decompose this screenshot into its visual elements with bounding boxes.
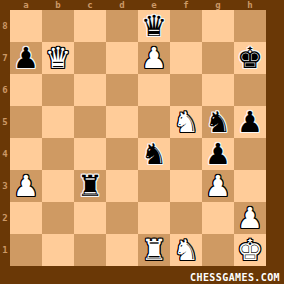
- rank-label-5: 5: [0, 106, 10, 138]
- square-d5[interactable]: [106, 106, 138, 138]
- square-c6[interactable]: [74, 74, 106, 106]
- rank-labels: 87654321: [0, 10, 10, 266]
- rank-label-6: 6: [0, 74, 10, 106]
- rank-label-2: 2: [0, 202, 10, 234]
- square-a4[interactable]: [10, 138, 42, 170]
- square-c5[interactable]: [74, 106, 106, 138]
- square-h8[interactable]: [234, 10, 266, 42]
- square-c8[interactable]: [74, 10, 106, 42]
- square-d6[interactable]: [106, 74, 138, 106]
- file-labels: abcdefgh: [10, 0, 266, 10]
- square-b4[interactable]: [42, 138, 74, 170]
- square-d8[interactable]: [106, 10, 138, 42]
- square-f4[interactable]: [170, 138, 202, 170]
- chess-board: ♛♟♛♟♚♞♞♟♞♟♟♜♟♟♜♞♚: [10, 10, 266, 266]
- square-a3[interactable]: ♟: [10, 170, 42, 202]
- square-f6[interactable]: [170, 74, 202, 106]
- square-g5[interactable]: ♞: [202, 106, 234, 138]
- square-c1[interactable]: [74, 234, 106, 266]
- square-b1[interactable]: [42, 234, 74, 266]
- square-b3[interactable]: [42, 170, 74, 202]
- square-h2[interactable]: ♟: [234, 202, 266, 234]
- piece-white-rook[interactable]: ♜: [138, 234, 170, 266]
- square-h3[interactable]: [234, 170, 266, 202]
- piece-white-pawn[interactable]: ♟: [10, 170, 42, 202]
- square-d1[interactable]: [106, 234, 138, 266]
- piece-white-pawn[interactable]: ♟: [138, 42, 170, 74]
- piece-black-rook[interactable]: ♜: [74, 170, 106, 202]
- piece-black-queen[interactable]: ♛: [138, 10, 170, 42]
- square-h4[interactable]: [234, 138, 266, 170]
- square-d7[interactable]: [106, 42, 138, 74]
- piece-white-pawn[interactable]: ♟: [234, 202, 266, 234]
- site-watermark: CHESSGAMES.COM: [190, 272, 280, 283]
- square-g3[interactable]: ♟: [202, 170, 234, 202]
- square-h1[interactable]: ♚: [234, 234, 266, 266]
- square-e7[interactable]: ♟: [138, 42, 170, 74]
- piece-black-knight[interactable]: ♞: [202, 106, 234, 138]
- square-b8[interactable]: [42, 10, 74, 42]
- square-g4[interactable]: ♟: [202, 138, 234, 170]
- square-c2[interactable]: [74, 202, 106, 234]
- piece-black-pawn[interactable]: ♟: [10, 42, 42, 74]
- square-e4[interactable]: ♞: [138, 138, 170, 170]
- square-g2[interactable]: [202, 202, 234, 234]
- square-b5[interactable]: [42, 106, 74, 138]
- chess-board-frame: abcdefgh 87654321 ♛♟♛♟♚♞♞♟♞♟♟♜♟♟♜♞♚ CHES…: [0, 0, 284, 284]
- square-a6[interactable]: [10, 74, 42, 106]
- piece-black-pawn[interactable]: ♟: [234, 106, 266, 138]
- piece-white-king[interactable]: ♚: [234, 234, 266, 266]
- square-c7[interactable]: [74, 42, 106, 74]
- piece-black-king[interactable]: ♚: [234, 42, 266, 74]
- square-g6[interactable]: [202, 74, 234, 106]
- square-e5[interactable]: [138, 106, 170, 138]
- piece-white-knight[interactable]: ♞: [170, 234, 202, 266]
- square-h5[interactable]: ♟: [234, 106, 266, 138]
- square-a1[interactable]: [10, 234, 42, 266]
- square-d3[interactable]: [106, 170, 138, 202]
- piece-white-knight[interactable]: ♞: [170, 106, 202, 138]
- square-e2[interactable]: [138, 202, 170, 234]
- square-e8[interactable]: ♛: [138, 10, 170, 42]
- square-f1[interactable]: ♞: [170, 234, 202, 266]
- rank-label-8: 8: [0, 10, 10, 42]
- square-e1[interactable]: ♜: [138, 234, 170, 266]
- square-d4[interactable]: [106, 138, 138, 170]
- square-f2[interactable]: [170, 202, 202, 234]
- rank-label-4: 4: [0, 138, 10, 170]
- piece-black-knight[interactable]: ♞: [138, 138, 170, 170]
- square-b7[interactable]: ♛: [42, 42, 74, 74]
- square-b2[interactable]: [42, 202, 74, 234]
- rank-label-7: 7: [0, 42, 10, 74]
- square-e3[interactable]: [138, 170, 170, 202]
- square-g8[interactable]: [202, 10, 234, 42]
- square-h7[interactable]: ♚: [234, 42, 266, 74]
- rank-label-1: 1: [0, 234, 10, 266]
- piece-black-pawn[interactable]: ♟: [202, 138, 234, 170]
- square-a8[interactable]: [10, 10, 42, 42]
- square-a5[interactable]: [10, 106, 42, 138]
- piece-white-pawn[interactable]: ♟: [202, 170, 234, 202]
- square-b6[interactable]: [42, 74, 74, 106]
- square-f7[interactable]: [170, 42, 202, 74]
- square-h6[interactable]: [234, 74, 266, 106]
- square-f5[interactable]: ♞: [170, 106, 202, 138]
- square-g1[interactable]: [202, 234, 234, 266]
- square-g7[interactable]: [202, 42, 234, 74]
- square-f3[interactable]: [170, 170, 202, 202]
- square-a2[interactable]: [10, 202, 42, 234]
- square-d2[interactable]: [106, 202, 138, 234]
- square-e6[interactable]: [138, 74, 170, 106]
- piece-white-queen[interactable]: ♛: [42, 42, 74, 74]
- square-c4[interactable]: [74, 138, 106, 170]
- square-a7[interactable]: ♟: [10, 42, 42, 74]
- square-f8[interactable]: [170, 10, 202, 42]
- rank-label-3: 3: [0, 170, 10, 202]
- square-c3[interactable]: ♜: [74, 170, 106, 202]
